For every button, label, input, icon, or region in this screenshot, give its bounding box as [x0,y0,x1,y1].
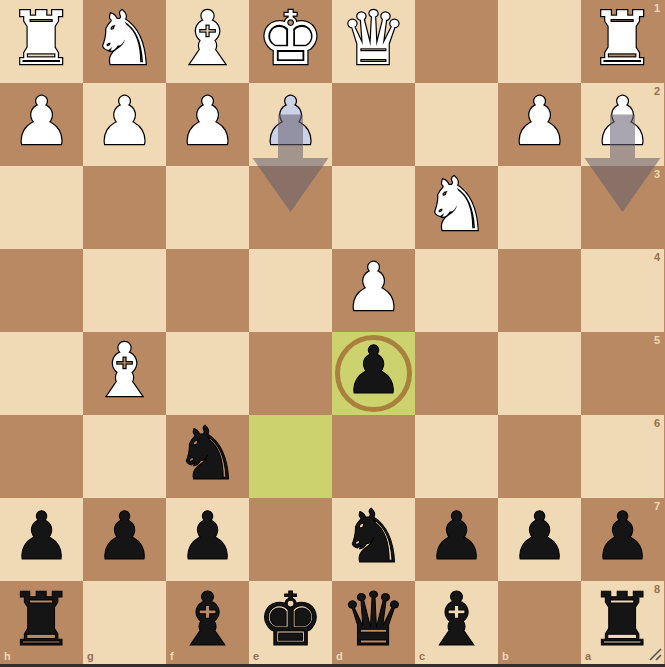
square-c7[interactable]: ♟ [415,498,498,581]
square-g4[interactable] [83,249,166,332]
white-pawn-g2[interactable]: ♟ [83,80,166,163]
rank-label-3: 3 [654,168,660,180]
file-label-c: c [419,650,425,662]
square-d6[interactable] [332,415,415,498]
square-h2[interactable]: ♟ [0,83,83,166]
square-f1[interactable]: ♝ [166,0,249,83]
square-b2[interactable]: ♟ [498,83,581,166]
square-g6[interactable] [83,415,166,498]
square-g1[interactable]: ♞ [83,0,166,83]
black-pawn-a7[interactable]: ♟ [581,495,664,578]
square-a7[interactable]: ♟7 [581,498,664,581]
square-e2[interactable]: ♟ [249,83,332,166]
square-b3[interactable] [498,166,581,249]
square-b7[interactable]: ♟ [498,498,581,581]
black-pawn-g7[interactable]: ♟ [83,495,166,578]
square-g2[interactable]: ♟ [83,83,166,166]
black-pawn-d5[interactable]: ♟ [332,329,415,412]
rank-label-4: 4 [654,251,660,263]
white-pawn-d4[interactable]: ♟ [332,246,415,329]
chess-board: ♜♞♝♚♛♜1♟♟♟♟♟♟2♞3♟4♝♟5♞6♟♟♟♞♟♟♟7♜hg♝f♚e♛d… [0,0,665,667]
file-label-d: d [336,650,343,662]
square-d1[interactable]: ♛ [332,0,415,83]
square-e8[interactable]: ♚e [249,581,332,664]
square-b5[interactable] [498,332,581,415]
rank-label-6: 6 [654,417,660,429]
black-rook-h8[interactable]: ♜ [0,578,83,661]
square-h7[interactable]: ♟ [0,498,83,581]
white-bishop-g5[interactable]: ♝ [83,329,166,412]
black-queen-d8[interactable]: ♛ [332,578,415,661]
square-e6[interactable] [249,415,332,498]
file-label-e: e [253,650,259,662]
black-pawn-h7[interactable]: ♟ [0,495,83,578]
black-bishop-f8[interactable]: ♝ [166,578,249,661]
square-g5[interactable]: ♝ [83,332,166,415]
square-c3[interactable]: ♞ [415,166,498,249]
square-b8[interactable]: b [498,581,581,664]
square-g7[interactable]: ♟ [83,498,166,581]
square-h6[interactable] [0,415,83,498]
white-knight-c3[interactable]: ♞ [415,163,498,246]
white-rook-a1[interactable]: ♜ [581,0,664,80]
square-f5[interactable] [166,332,249,415]
square-c4[interactable] [415,249,498,332]
square-a2[interactable]: ♟2 [581,83,664,166]
square-e3[interactable] [249,166,332,249]
square-f4[interactable] [166,249,249,332]
white-pawn-b2[interactable]: ♟ [498,80,581,163]
white-king-e1[interactable]: ♚ [249,0,332,80]
board-grid: ♜♞♝♚♛♜1♟♟♟♟♟♟2♞3♟4♝♟5♞6♟♟♟♞♟♟♟7♜hg♝f♚e♛d… [0,0,664,664]
black-pawn-c7[interactable]: ♟ [415,495,498,578]
black-knight-d7[interactable]: ♞ [332,495,415,578]
rank-label-1: 1 [654,2,660,14]
rank-label-7: 7 [654,500,660,512]
square-h3[interactable] [0,166,83,249]
square-d3[interactable] [332,166,415,249]
white-pawn-e2[interactable]: ♟ [249,80,332,163]
square-h1[interactable]: ♜ [0,0,83,83]
square-d2[interactable] [332,83,415,166]
square-f3[interactable] [166,166,249,249]
square-d5[interactable]: ♟ [332,332,415,415]
square-a5[interactable]: 5 [581,332,664,415]
square-h4[interactable] [0,249,83,332]
file-label-b: b [502,650,509,662]
white-pawn-h2[interactable]: ♟ [0,80,83,163]
white-rook-h1[interactable]: ♜ [0,0,83,80]
square-a4[interactable]: 4 [581,249,664,332]
square-f2[interactable]: ♟ [166,83,249,166]
square-e1[interactable]: ♚ [249,0,332,83]
square-c1[interactable] [415,0,498,83]
square-f8[interactable]: ♝f [166,581,249,664]
white-pawn-a2[interactable]: ♟ [581,80,664,163]
white-queen-d1[interactable]: ♛ [332,0,415,80]
black-king-e8[interactable]: ♚ [249,578,332,661]
square-e7[interactable] [249,498,332,581]
black-pawn-b7[interactable]: ♟ [498,495,581,578]
square-a1[interactable]: ♜1 [581,0,664,83]
square-f7[interactable]: ♟ [166,498,249,581]
square-c5[interactable] [415,332,498,415]
file-label-f: f [170,650,174,662]
rank-label-2: 2 [654,85,660,97]
board-resize-handle-icon[interactable] [646,645,664,663]
white-knight-g1[interactable]: ♞ [83,0,166,80]
square-c6[interactable] [415,415,498,498]
square-h8[interactable]: ♜h [0,581,83,664]
square-b4[interactable] [498,249,581,332]
square-d7[interactable]: ♞ [332,498,415,581]
square-g3[interactable] [83,166,166,249]
square-f6[interactable]: ♞ [166,415,249,498]
square-e5[interactable] [249,332,332,415]
square-c2[interactable] [415,83,498,166]
file-label-h: h [4,650,11,662]
black-pawn-f7[interactable]: ♟ [166,495,249,578]
rank-label-8: 8 [654,583,660,595]
square-b1[interactable] [498,0,581,83]
square-b6[interactable] [498,415,581,498]
square-a3[interactable]: 3 [581,166,664,249]
black-bishop-c8[interactable]: ♝ [415,578,498,661]
white-pawn-f2[interactable]: ♟ [166,80,249,163]
white-bishop-f1[interactable]: ♝ [166,0,249,80]
black-knight-f6[interactable]: ♞ [166,412,249,495]
square-a6[interactable]: 6 [581,415,664,498]
square-d4[interactable]: ♟ [332,249,415,332]
square-c8[interactable]: ♝c [415,581,498,664]
rank-label-5: 5 [654,334,660,346]
square-e4[interactable] [249,249,332,332]
file-label-g: g [87,650,94,662]
file-label-a: a [585,650,591,662]
square-g8[interactable]: g [83,581,166,664]
square-d8[interactable]: ♛d [332,581,415,664]
square-h5[interactable] [0,332,83,415]
